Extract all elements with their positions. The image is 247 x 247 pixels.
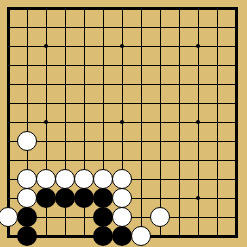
intersection-C6[interactable] [37, 94, 56, 113]
intersection-D3[interactable] [56, 37, 75, 56]
intersection-E6[interactable] [75, 94, 94, 113]
intersection-B11[interactable] [18, 189, 37, 208]
intersection-C2[interactable] [37, 18, 56, 37]
intersection-B10[interactable] [18, 170, 37, 189]
intersection-M1[interactable] [227, 0, 246, 18]
intersection-L11[interactable] [208, 189, 227, 208]
black-stone [36, 188, 56, 208]
intersection-F4[interactable] [94, 56, 113, 75]
intersection-G13[interactable] [113, 227, 132, 246]
black-stone [55, 188, 75, 208]
intersection-A7[interactable] [0, 113, 18, 132]
intersection-D12[interactable] [56, 208, 75, 227]
intersection-A2[interactable] [0, 18, 18, 37]
intersection-E13[interactable] [75, 227, 94, 246]
intersection-J11[interactable] [170, 189, 189, 208]
intersection-D10[interactable] [56, 170, 75, 189]
intersection-A5[interactable] [0, 75, 18, 94]
intersection-M6[interactable] [227, 94, 246, 113]
intersection-C11[interactable] [37, 189, 56, 208]
intersection-M9[interactable] [227, 151, 246, 170]
intersection-B12[interactable] [18, 208, 37, 227]
intersection-J6[interactable] [170, 94, 189, 113]
intersection-H6[interactable] [132, 94, 151, 113]
intersection-G9[interactable] [113, 151, 132, 170]
board-grid [0, 0, 246, 246]
intersection-F5[interactable] [94, 75, 113, 94]
intersection-L10[interactable] [208, 170, 227, 189]
intersection-D1[interactable] [56, 0, 75, 18]
intersection-B5[interactable] [18, 75, 37, 94]
intersection-I11[interactable] [151, 189, 170, 208]
intersection-K10[interactable] [189, 170, 208, 189]
intersection-D13[interactable] [56, 227, 75, 246]
intersection-H7[interactable] [132, 113, 151, 132]
intersection-I4[interactable] [151, 56, 170, 75]
intersection-B2[interactable] [18, 18, 37, 37]
intersection-D2[interactable] [56, 18, 75, 37]
intersection-K9[interactable] [189, 151, 208, 170]
intersection-E11[interactable] [75, 189, 94, 208]
intersection-E2[interactable] [75, 18, 94, 37]
intersection-E10[interactable] [75, 170, 94, 189]
intersection-K13[interactable] [189, 227, 208, 246]
intersection-E3[interactable] [75, 37, 94, 56]
intersection-C10[interactable] [37, 170, 56, 189]
white-stone [150, 207, 170, 227]
intersection-A12[interactable] [0, 208, 18, 227]
intersection-C3[interactable] [37, 37, 56, 56]
intersection-M8[interactable] [227, 132, 246, 151]
intersection-G8[interactable] [113, 132, 132, 151]
black-stone [93, 188, 113, 208]
intersection-M2[interactable] [227, 18, 246, 37]
intersection-G3[interactable] [113, 37, 132, 56]
intersection-J10[interactable] [170, 170, 189, 189]
intersection-B9[interactable] [18, 151, 37, 170]
intersection-K3[interactable] [189, 37, 208, 56]
intersection-F7[interactable] [94, 113, 113, 132]
intersection-M10[interactable] [227, 170, 246, 189]
intersection-L1[interactable] [208, 0, 227, 18]
intersection-K4[interactable] [189, 56, 208, 75]
intersection-C9[interactable] [37, 151, 56, 170]
intersection-H3[interactable] [132, 37, 151, 56]
intersection-D7[interactable] [56, 113, 75, 132]
intersection-J1[interactable] [170, 0, 189, 18]
intersection-E1[interactable] [75, 0, 94, 18]
intersection-H9[interactable] [132, 151, 151, 170]
intersection-I8[interactable] [151, 132, 170, 151]
intersection-L4[interactable] [208, 56, 227, 75]
intersection-L13[interactable] [208, 227, 227, 246]
white-stone [17, 169, 37, 189]
intersection-B4[interactable] [18, 56, 37, 75]
intersection-D6[interactable] [56, 94, 75, 113]
intersection-G2[interactable] [113, 18, 132, 37]
intersection-K11[interactable] [189, 189, 208, 208]
intersection-L6[interactable] [208, 94, 227, 113]
white-stone [55, 169, 75, 189]
intersection-H8[interactable] [132, 132, 151, 151]
intersection-I2[interactable] [151, 18, 170, 37]
intersection-C8[interactable] [37, 132, 56, 151]
intersection-J13[interactable] [170, 227, 189, 246]
intersection-G1[interactable] [113, 0, 132, 18]
intersection-I3[interactable] [151, 37, 170, 56]
intersection-I12[interactable] [151, 208, 170, 227]
intersection-B1[interactable] [18, 0, 37, 18]
intersection-A13[interactable] [0, 227, 18, 246]
black-stone [17, 226, 37, 246]
intersection-G5[interactable] [113, 75, 132, 94]
intersection-J4[interactable] [170, 56, 189, 75]
intersection-D8[interactable] [56, 132, 75, 151]
white-stone [17, 131, 37, 151]
intersection-K12[interactable] [189, 208, 208, 227]
intersection-I1[interactable] [151, 0, 170, 18]
intersection-B13[interactable] [18, 227, 37, 246]
white-stone [112, 169, 132, 189]
white-stone [36, 169, 56, 189]
intersection-M4[interactable] [227, 56, 246, 75]
intersection-M5[interactable] [227, 75, 246, 94]
intersection-H2[interactable] [132, 18, 151, 37]
intersection-A6[interactable] [0, 94, 18, 113]
intersection-I7[interactable] [151, 113, 170, 132]
intersection-M11[interactable] [227, 189, 246, 208]
intersection-B3[interactable] [18, 37, 37, 56]
intersection-F1[interactable] [94, 0, 113, 18]
intersection-E8[interactable] [75, 132, 94, 151]
intersection-G7[interactable] [113, 113, 132, 132]
white-stone [0, 207, 18, 227]
intersection-B6[interactable] [18, 94, 37, 113]
intersection-E4[interactable] [75, 56, 94, 75]
intersection-F8[interactable] [94, 132, 113, 151]
intersection-I9[interactable] [151, 151, 170, 170]
intersection-L3[interactable] [208, 37, 227, 56]
intersection-L7[interactable] [208, 113, 227, 132]
intersection-K2[interactable] [189, 18, 208, 37]
intersection-H5[interactable] [132, 75, 151, 94]
intersection-A1[interactable] [0, 0, 18, 18]
black-stone [74, 188, 94, 208]
intersection-K1[interactable] [189, 0, 208, 18]
intersection-I6[interactable] [151, 94, 170, 113]
intersection-L5[interactable] [208, 75, 227, 94]
intersection-F12[interactable] [94, 208, 113, 227]
intersection-F2[interactable] [94, 18, 113, 37]
intersection-J2[interactable] [170, 18, 189, 37]
intersection-A9[interactable] [0, 151, 18, 170]
black-stone [93, 226, 113, 246]
white-stone [112, 207, 132, 227]
intersection-H1[interactable] [132, 0, 151, 18]
intersection-J9[interactable] [170, 151, 189, 170]
intersection-C13[interactable] [37, 227, 56, 246]
intersection-C1[interactable] [37, 0, 56, 18]
intersection-G6[interactable] [113, 94, 132, 113]
intersection-H10[interactable] [132, 170, 151, 189]
intersection-D5[interactable] [56, 75, 75, 94]
intersection-F6[interactable] [94, 94, 113, 113]
intersection-D9[interactable] [56, 151, 75, 170]
white-stone [131, 226, 151, 246]
black-stone [112, 226, 132, 246]
intersection-K5[interactable] [189, 75, 208, 94]
intersection-J12[interactable] [170, 208, 189, 227]
intersection-E12[interactable] [75, 208, 94, 227]
intersection-G11[interactable] [113, 189, 132, 208]
black-stone [17, 207, 37, 227]
intersection-G10[interactable] [113, 170, 132, 189]
intersection-J7[interactable] [170, 113, 189, 132]
intersection-D4[interactable] [56, 56, 75, 75]
intersection-I13[interactable] [151, 227, 170, 246]
intersection-D11[interactable] [56, 189, 75, 208]
intersection-M7[interactable] [227, 113, 246, 132]
intersection-F10[interactable] [94, 170, 113, 189]
intersection-I10[interactable] [151, 170, 170, 189]
intersection-M3[interactable] [227, 37, 246, 56]
intersection-E9[interactable] [75, 151, 94, 170]
intersection-A11[interactable] [0, 189, 18, 208]
intersection-G12[interactable] [113, 208, 132, 227]
intersection-M12[interactable] [227, 208, 246, 227]
intersection-A8[interactable] [0, 132, 18, 151]
intersection-H4[interactable] [132, 56, 151, 75]
white-stone [93, 169, 113, 189]
intersection-E5[interactable] [75, 75, 94, 94]
intersection-H12[interactable] [132, 208, 151, 227]
black-stone [93, 207, 113, 227]
intersection-J5[interactable] [170, 75, 189, 94]
intersection-A10[interactable] [0, 170, 18, 189]
intersection-M13[interactable] [227, 227, 246, 246]
intersection-K7[interactable] [189, 113, 208, 132]
intersection-C12[interactable] [37, 208, 56, 227]
intersection-B8[interactable] [18, 132, 37, 151]
intersection-B7[interactable] [18, 113, 37, 132]
intersection-A3[interactable] [0, 37, 18, 56]
intersection-L12[interactable] [208, 208, 227, 227]
intersection-F13[interactable] [94, 227, 113, 246]
white-stone [17, 188, 37, 208]
intersection-C7[interactable] [37, 113, 56, 132]
intersection-G4[interactable] [113, 56, 132, 75]
intersection-F11[interactable] [94, 189, 113, 208]
intersection-C5[interactable] [37, 75, 56, 94]
intersection-A4[interactable] [0, 56, 18, 75]
intersection-H13[interactable] [132, 227, 151, 246]
intersection-H11[interactable] [132, 189, 151, 208]
intersection-L9[interactable] [208, 151, 227, 170]
white-stone [74, 169, 94, 189]
intersection-K6[interactable] [189, 94, 208, 113]
intersection-E7[interactable] [75, 113, 94, 132]
intersection-L2[interactable] [208, 18, 227, 37]
intersection-J8[interactable] [170, 132, 189, 151]
intersection-F3[interactable] [94, 37, 113, 56]
intersection-I5[interactable] [151, 75, 170, 94]
intersection-F9[interactable] [94, 151, 113, 170]
go-board[interactable] [0, 0, 247, 247]
intersection-J3[interactable] [170, 37, 189, 56]
intersection-K8[interactable] [189, 132, 208, 151]
intersection-L8[interactable] [208, 132, 227, 151]
white-stone [112, 188, 132, 208]
intersection-C4[interactable] [37, 56, 56, 75]
